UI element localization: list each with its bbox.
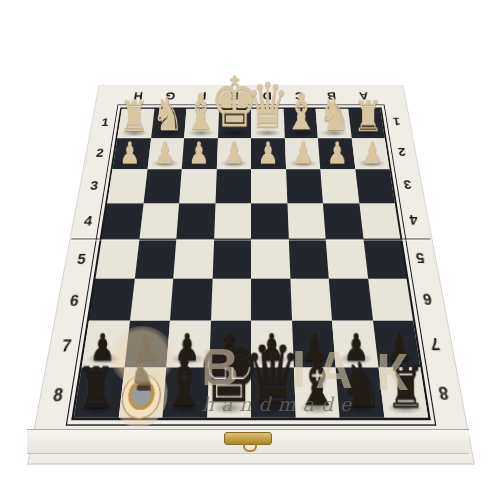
- board-grid: ♜♞♝♚♛♝♞♜♟♟♟♟♟♟♟♟♟♟♟♟♟♟♟♟♜♞♝♚♛♝♞♜: [71, 107, 431, 420]
- square-b5[interactable]: [326, 239, 368, 278]
- square-b6[interactable]: [329, 278, 373, 320]
- square-c4[interactable]: [287, 203, 326, 239]
- rank-label-rotated: 3: [391, 168, 424, 202]
- square-f2[interactable]: ♟: [182, 138, 218, 169]
- square-g6[interactable]: [129, 278, 173, 320]
- file-label-rotated: B: [315, 86, 349, 107]
- white-pawn[interactable]: ♟: [327, 138, 348, 169]
- file-label-rotated: H: [120, 86, 155, 107]
- black-bishop[interactable]: ♝: [294, 350, 340, 416]
- fold-seam: [71, 238, 431, 240]
- box-front-edge: [27, 429, 469, 454]
- white-pawn[interactable]: ♟: [223, 138, 244, 169]
- rank-label: 1: [90, 107, 121, 136]
- square-b4[interactable]: [323, 203, 363, 239]
- square-d4[interactable]: [251, 203, 288, 239]
- square-c5[interactable]: [288, 239, 328, 278]
- brass-clasp-icon: [224, 432, 272, 445]
- square-h3[interactable]: [107, 169, 147, 203]
- square-b1[interactable]: ♞: [316, 109, 352, 138]
- square-a5[interactable]: [363, 239, 406, 278]
- square-c6[interactable]: [290, 278, 332, 320]
- square-c3[interactable]: [286, 169, 323, 203]
- white-pawn[interactable]: ♟: [361, 138, 382, 169]
- square-c2[interactable]: ♟: [284, 138, 320, 169]
- square-d3[interactable]: [251, 169, 287, 203]
- square-d2[interactable]: ♟: [251, 138, 286, 169]
- chess-board: 12345678 12345678 HGFEDCBA HGFEDCBA ♜♞♝♚…: [27, 85, 475, 464]
- square-h6[interactable]: [89, 278, 134, 320]
- square-a4[interactable]: [359, 203, 401, 239]
- square-g5[interactable]: [134, 239, 176, 278]
- square-g3[interactable]: [143, 169, 182, 203]
- rank-label-rotated: 5: [402, 239, 439, 279]
- black-rook[interactable]: ♜: [386, 359, 425, 416]
- white-pawn[interactable]: ♟: [189, 138, 210, 169]
- square-h4[interactable]: [102, 203, 144, 239]
- square-e2[interactable]: ♟: [216, 138, 251, 169]
- square-g1[interactable]: ♞: [151, 109, 187, 138]
- square-f4[interactable]: [176, 203, 215, 239]
- square-h1[interactable]: ♜: [117, 109, 154, 138]
- file-label-rotated: F: [186, 86, 219, 107]
- chess-set-photo: 12345678 12345678 HGFEDCBA HGFEDCBA ♜♞♝♚…: [0, 0, 500, 500]
- square-g4[interactable]: [139, 203, 179, 239]
- rank-label-rotated: 4: [397, 202, 432, 239]
- square-a8[interactable]: ♜: [378, 367, 428, 418]
- white-pawn[interactable]: ♟: [258, 138, 279, 169]
- file-label-rotated: D: [251, 86, 284, 107]
- square-c8[interactable]: ♝: [293, 367, 339, 418]
- square-g8[interactable]: ♞: [118, 367, 166, 418]
- square-b3[interactable]: [320, 169, 359, 203]
- square-b8[interactable]: ♞: [336, 367, 384, 418]
- black-queen[interactable]: ♛: [244, 332, 301, 416]
- square-a2[interactable]: ♟: [351, 138, 389, 169]
- file-label-rotated: C: [283, 86, 316, 107]
- square-d5[interactable]: [251, 239, 290, 278]
- square-d8[interactable]: ♛: [251, 367, 295, 418]
- square-e5[interactable]: [212, 239, 251, 278]
- rank-label-rotated: 2: [386, 137, 418, 169]
- file-label-rotated: G: [153, 86, 187, 107]
- file-label-rotated: E: [218, 86, 251, 107]
- square-d1[interactable]: ♛: [251, 109, 284, 138]
- square-a1[interactable]: ♜: [348, 109, 385, 138]
- white-pawn[interactable]: ♟: [292, 138, 313, 169]
- square-g2[interactable]: ♟: [147, 138, 184, 169]
- square-h8[interactable]: ♜: [74, 367, 124, 418]
- file-labels-top: HGFEDCBA: [120, 86, 381, 107]
- square-b2[interactable]: ♟: [318, 138, 355, 169]
- square-h2[interactable]: ♟: [112, 138, 150, 169]
- file-label-rotated: A: [346, 86, 381, 107]
- square-e4[interactable]: [214, 203, 251, 239]
- white-pawn[interactable]: ♟: [154, 138, 175, 169]
- square-a6[interactable]: [368, 278, 413, 320]
- white-pawn[interactable]: ♟: [119, 138, 140, 169]
- square-h5[interactable]: [96, 239, 139, 278]
- square-f3[interactable]: [179, 169, 216, 203]
- square-c1[interactable]: ♝: [283, 109, 318, 138]
- square-f5[interactable]: [173, 239, 213, 278]
- black-knight[interactable]: ♞: [340, 355, 382, 417]
- square-e3[interactable]: [215, 169, 251, 203]
- square-a3[interactable]: [355, 169, 395, 203]
- black-rook[interactable]: ♜: [77, 359, 116, 416]
- rank-label-rotated: 1: [382, 107, 413, 136]
